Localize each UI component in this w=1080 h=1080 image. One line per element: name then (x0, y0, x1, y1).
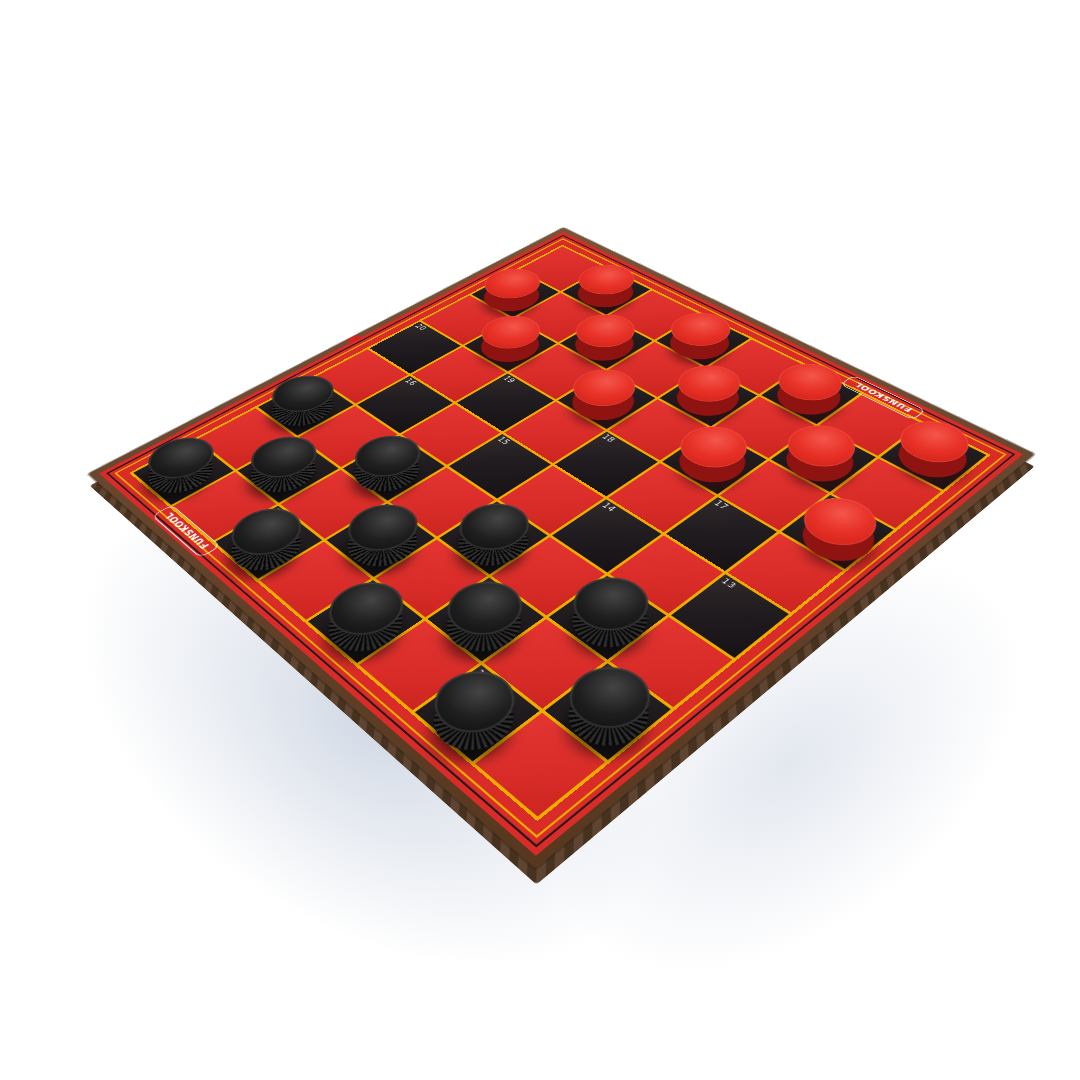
square-number: 19 (502, 375, 517, 384)
square-number: 20 (414, 323, 428, 331)
square-number: 16 (403, 377, 418, 386)
playing-grid: 3231302928272625242322212019181716151413… (129, 245, 991, 821)
square-number: 14 (600, 502, 617, 513)
checkers-board: 3231302928272625242322212019181716151413… (88, 228, 1034, 869)
black-piece[interactable] (140, 441, 229, 498)
square-number: 17 (712, 499, 730, 510)
board-face: 3231302928272625242322212019181716151413… (99, 232, 1023, 856)
board-3d-wrapper: 3231302928272625242322212019181716151413… (88, 228, 1034, 869)
square-number: 15 (496, 436, 512, 446)
scene: 3231302928272625242322212019181716151413… (0, 0, 1080, 1080)
square-number: 13 (720, 577, 739, 590)
red-piece[interactable] (886, 425, 980, 483)
square-number: 18 (600, 433, 616, 443)
